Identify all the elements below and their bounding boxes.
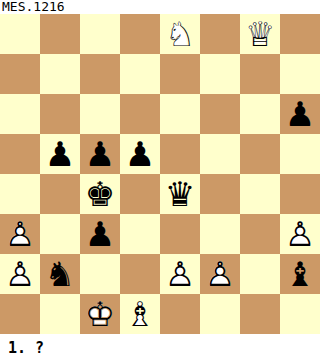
square-e3[interactable] bbox=[160, 214, 200, 254]
square-f5[interactable] bbox=[200, 134, 240, 174]
square-g4[interactable] bbox=[240, 174, 280, 214]
square-h8[interactable] bbox=[280, 14, 320, 54]
white-pawn: ♙ bbox=[200, 254, 240, 294]
black-knight: ♞ bbox=[40, 254, 80, 294]
square-d3[interactable] bbox=[120, 214, 160, 254]
square-e2[interactable]: ♟♙ bbox=[160, 254, 200, 294]
square-b7[interactable] bbox=[40, 54, 80, 94]
square-c2[interactable] bbox=[80, 254, 120, 294]
square-c3[interactable]: ♟ bbox=[80, 214, 120, 254]
square-a4[interactable] bbox=[0, 174, 40, 214]
square-e8[interactable]: ♞♘ bbox=[160, 14, 200, 54]
square-e1[interactable] bbox=[160, 294, 200, 334]
square-f3[interactable] bbox=[200, 214, 240, 254]
square-f2[interactable]: ♟♙ bbox=[200, 254, 240, 294]
square-e4[interactable]: ♛ bbox=[160, 174, 200, 214]
black-king: ♚ bbox=[80, 174, 120, 214]
square-h5[interactable] bbox=[280, 134, 320, 174]
square-b3[interactable] bbox=[40, 214, 80, 254]
square-b1[interactable] bbox=[40, 294, 80, 334]
square-g6[interactable] bbox=[240, 94, 280, 134]
move-prompt: 1. ? bbox=[0, 334, 320, 360]
diagram-title: MES.1216 bbox=[0, 0, 320, 14]
white-pawn: ♙ bbox=[0, 254, 40, 294]
square-f8[interactable] bbox=[200, 14, 240, 54]
black-pawn: ♟ bbox=[80, 214, 120, 254]
square-h1[interactable] bbox=[280, 294, 320, 334]
square-f7[interactable] bbox=[200, 54, 240, 94]
square-d1[interactable]: ♝♗ bbox=[120, 294, 160, 334]
square-h2[interactable]: ♝ bbox=[280, 254, 320, 294]
square-g7[interactable] bbox=[240, 54, 280, 94]
black-pawn: ♟ bbox=[120, 134, 160, 174]
square-b5[interactable]: ♟ bbox=[40, 134, 80, 174]
square-b4[interactable] bbox=[40, 174, 80, 214]
square-c7[interactable] bbox=[80, 54, 120, 94]
square-g8[interactable]: ♛♕ bbox=[240, 14, 280, 54]
square-a3[interactable]: ♟♙ bbox=[0, 214, 40, 254]
square-d7[interactable] bbox=[120, 54, 160, 94]
white-bishop: ♗ bbox=[120, 294, 160, 334]
black-queen: ♛ bbox=[160, 174, 200, 214]
square-f1[interactable] bbox=[200, 294, 240, 334]
square-h4[interactable] bbox=[280, 174, 320, 214]
square-d5[interactable]: ♟ bbox=[120, 134, 160, 174]
square-c8[interactable] bbox=[80, 14, 120, 54]
square-c5[interactable]: ♟ bbox=[80, 134, 120, 174]
square-e6[interactable] bbox=[160, 94, 200, 134]
black-pawn: ♟ bbox=[80, 134, 120, 174]
chess-board: ♞♘♛♕♟♟♟♟♚♛♟♙♟♟♙♟♙♞♟♙♟♙♝♚♔♝♗ bbox=[0, 14, 320, 334]
black-bishop: ♝ bbox=[280, 254, 320, 294]
square-a5[interactable] bbox=[0, 134, 40, 174]
black-pawn: ♟ bbox=[280, 94, 320, 134]
square-h3[interactable]: ♟♙ bbox=[280, 214, 320, 254]
square-g1[interactable] bbox=[240, 294, 280, 334]
white-knight: ♘ bbox=[160, 14, 200, 54]
square-e5[interactable] bbox=[160, 134, 200, 174]
square-c1[interactable]: ♚♔ bbox=[80, 294, 120, 334]
white-pawn: ♙ bbox=[0, 214, 40, 254]
square-f4[interactable] bbox=[200, 174, 240, 214]
square-b2[interactable]: ♞ bbox=[40, 254, 80, 294]
square-b8[interactable] bbox=[40, 14, 80, 54]
square-d4[interactable] bbox=[120, 174, 160, 214]
square-g2[interactable] bbox=[240, 254, 280, 294]
square-g5[interactable] bbox=[240, 134, 280, 174]
square-a6[interactable] bbox=[0, 94, 40, 134]
white-pawn: ♙ bbox=[280, 214, 320, 254]
white-king: ♔ bbox=[80, 294, 120, 334]
black-pawn: ♟ bbox=[40, 134, 80, 174]
square-c6[interactable] bbox=[80, 94, 120, 134]
square-a2[interactable]: ♟♙ bbox=[0, 254, 40, 294]
square-a7[interactable] bbox=[0, 54, 40, 94]
square-d2[interactable] bbox=[120, 254, 160, 294]
white-queen: ♕ bbox=[240, 14, 280, 54]
square-b6[interactable] bbox=[40, 94, 80, 134]
white-pawn: ♙ bbox=[160, 254, 200, 294]
square-f6[interactable] bbox=[200, 94, 240, 134]
square-h6[interactable]: ♟ bbox=[280, 94, 320, 134]
square-a8[interactable] bbox=[0, 14, 40, 54]
square-g3[interactable] bbox=[240, 214, 280, 254]
square-h7[interactable] bbox=[280, 54, 320, 94]
square-e7[interactable] bbox=[160, 54, 200, 94]
square-c4[interactable]: ♚ bbox=[80, 174, 120, 214]
square-d8[interactable] bbox=[120, 14, 160, 54]
square-d6[interactable] bbox=[120, 94, 160, 134]
square-a1[interactable] bbox=[0, 294, 40, 334]
